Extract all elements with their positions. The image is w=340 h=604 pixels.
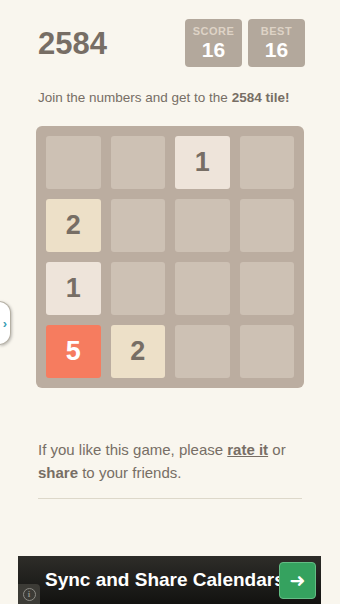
game-board[interactable]: 1 2 1 5 2: [36, 126, 304, 388]
ad-banner[interactable]: Sync and Share Calendars ➜ i: [18, 556, 321, 604]
instructions-goal: 2584 tile!: [232, 90, 290, 105]
side-drawer-handle[interactable]: ›: [0, 301, 11, 345]
rate-share-text: If you like this game, please rate it or…: [38, 438, 300, 485]
cell-r2c4: [240, 199, 295, 252]
cell-r3c1: 1: [46, 262, 101, 315]
cell-r2c3: [175, 199, 230, 252]
cell-r1c2: [111, 136, 166, 189]
cell-r3c2: [111, 262, 166, 315]
ad-info-corner[interactable]: i: [18, 584, 40, 604]
horizontal-divider: [38, 498, 302, 499]
best-value: 16: [265, 38, 288, 61]
instructions-text: Join the numbers and get to the: [38, 90, 232, 105]
footer-post-text: to your friends.: [78, 464, 181, 481]
cell-r1c4: [240, 136, 295, 189]
score-value: 16: [202, 38, 225, 61]
cell-r3c3: [175, 262, 230, 315]
share-link[interactable]: share: [38, 464, 78, 481]
footer-mid-text: or: [268, 441, 286, 458]
cell-r1c1: [46, 136, 101, 189]
footer-pre-text: If you like this game, please: [38, 441, 227, 458]
cell-r2c2: [111, 199, 166, 252]
rate-it-link[interactable]: rate it: [227, 441, 268, 458]
score-label: SCORE: [193, 25, 235, 38]
ad-action-button[interactable]: ➜: [279, 562, 316, 599]
score-box: SCORE 16: [185, 19, 242, 67]
best-box: BEST 16: [248, 19, 305, 67]
ad-banner-title[interactable]: Sync and Share Calendars: [45, 569, 285, 591]
best-label: BEST: [261, 25, 292, 38]
chevron-right-icon: ›: [3, 317, 7, 330]
cell-r4c4: [240, 325, 295, 378]
game-instructions: Join the numbers and get to the 2584 til…: [38, 90, 289, 105]
cell-r4c3: [175, 325, 230, 378]
cell-r4c1: 5: [46, 325, 101, 378]
cell-r4c2: 2: [111, 325, 166, 378]
page-title: 2584: [38, 26, 107, 62]
cell-r3c4: [240, 262, 295, 315]
arrow-right-icon: ➜: [290, 571, 306, 590]
cell-r1c3: 1: [175, 136, 230, 189]
cell-r2c1: 2: [46, 199, 101, 252]
info-icon: i: [23, 588, 36, 601]
